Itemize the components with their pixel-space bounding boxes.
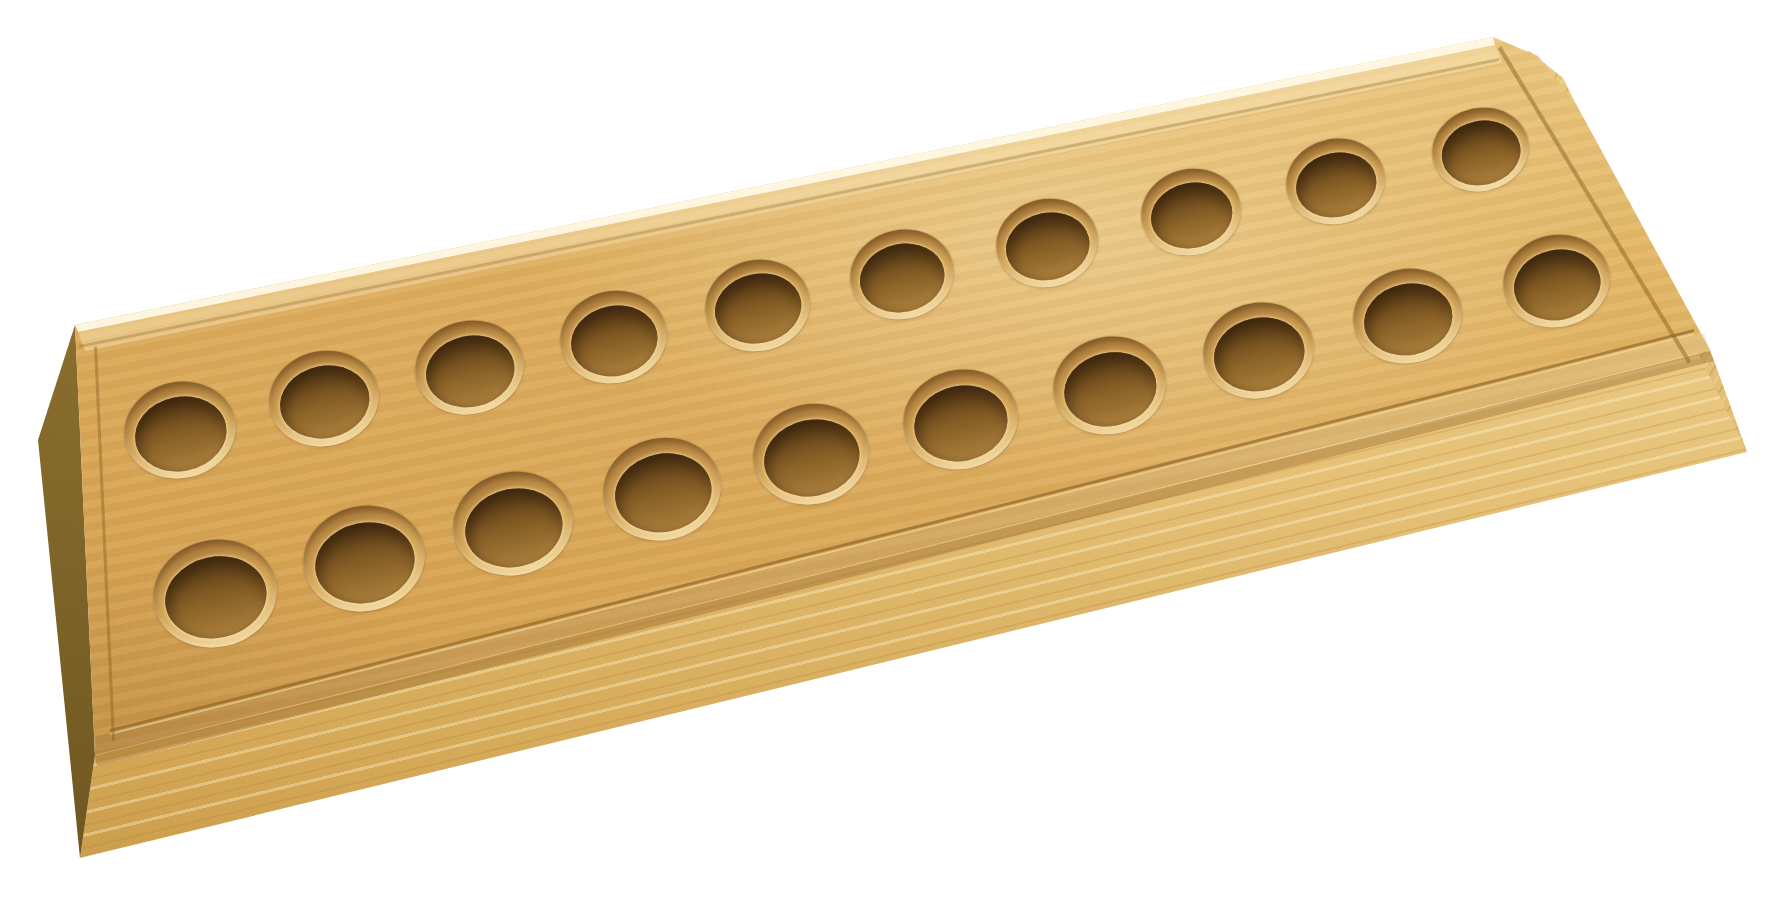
pit-cavity (1000, 205, 1096, 288)
pit-back-10[interactable] (1424, 99, 1536, 201)
pit-cavity (158, 547, 274, 647)
pit-front-8[interactable] (1194, 292, 1322, 408)
pit-cavity (1057, 343, 1163, 434)
pit-back-1[interactable] (115, 371, 245, 488)
pit-cavity (308, 513, 423, 612)
pit-cavity (1207, 309, 1311, 399)
pit-back-8[interactable] (1133, 160, 1249, 265)
pit-cavity (1357, 275, 1459, 363)
pit-cavity (1290, 144, 1383, 224)
pit-grid (0, 0, 1792, 902)
pit-cavity (128, 388, 233, 479)
pit-front-4[interactable] (594, 427, 731, 551)
pit-back-9[interactable] (1278, 129, 1392, 233)
pit-back-2[interactable] (261, 341, 389, 457)
pit-front-1[interactable] (143, 528, 286, 658)
pit-front-3[interactable] (443, 461, 582, 587)
pit-cavity (907, 377, 1014, 470)
pit-cavity (273, 358, 376, 447)
pit-cavity (607, 445, 718, 541)
pit-cavity (757, 411, 866, 505)
pit-cavity (1145, 175, 1239, 256)
pit-cavity (564, 297, 664, 384)
pit-back-6[interactable] (842, 220, 962, 329)
pit-front-2[interactable] (293, 494, 434, 622)
pit-front-9[interactable] (1344, 259, 1470, 373)
pit-cavity (709, 266, 808, 351)
pit-back-7[interactable] (988, 190, 1106, 297)
pit-front-5[interactable] (744, 393, 879, 515)
pit-front-6[interactable] (894, 360, 1027, 480)
pit-back-5[interactable] (697, 250, 819, 360)
pit-cavity (1507, 241, 1607, 328)
product-photo-scene (0, 0, 1792, 902)
pit-cavity (457, 479, 570, 576)
pit-back-4[interactable] (551, 281, 675, 393)
pit-cavity (854, 236, 951, 320)
pit-back-3[interactable] (406, 311, 532, 425)
pit-front-10[interactable] (1494, 225, 1618, 337)
pit-cavity (1435, 114, 1526, 193)
pit-front-7[interactable] (1044, 326, 1174, 444)
pit-cavity (419, 327, 521, 415)
